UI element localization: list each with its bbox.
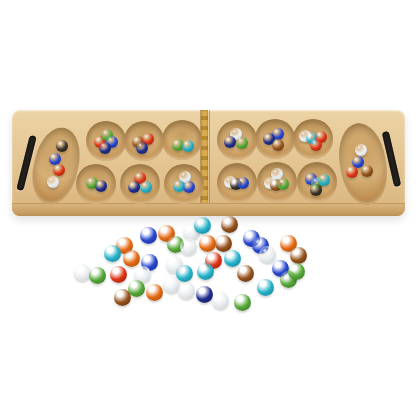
- loose-gem-teal[interactable]: [224, 250, 241, 267]
- gem-brown[interactable]: [361, 165, 373, 177]
- gem-black[interactable]: [310, 184, 322, 196]
- loose-gem-clear[interactable]: [74, 264, 91, 281]
- loose-gem-red[interactable]: [110, 266, 127, 283]
- loose-gem-orange[interactable]: [199, 235, 216, 252]
- loose-gem-navy[interactable]: [196, 286, 213, 303]
- loose-gem-green[interactable]: [89, 267, 106, 284]
- gem-navy[interactable]: [95, 180, 107, 192]
- loose-gem-brown[interactable]: [215, 235, 232, 252]
- gem-navy[interactable]: [99, 142, 111, 154]
- gem-navy[interactable]: [128, 181, 140, 193]
- gem-green[interactable]: [236, 137, 248, 149]
- loose-gem-brown[interactable]: [237, 265, 254, 282]
- gem-teal[interactable]: [182, 140, 194, 152]
- gem-red[interactable]: [346, 166, 358, 178]
- gem-white[interactable]: [355, 144, 367, 156]
- loose-gem-teal[interactable]: [104, 245, 121, 262]
- hinge: [201, 110, 208, 216]
- loose-gem-blue[interactable]: [140, 227, 157, 244]
- gem-black[interactable]: [56, 140, 68, 152]
- fold-seam-right: [209, 110, 210, 216]
- loose-gem-clear[interactable]: [259, 246, 276, 263]
- gem-blue[interactable]: [183, 181, 195, 193]
- gem-red[interactable]: [53, 164, 65, 176]
- gem-teal[interactable]: [318, 174, 330, 186]
- loose-gem-teal[interactable]: [197, 263, 214, 280]
- loose-gem-clear[interactable]: [180, 238, 197, 255]
- loose-gem-clear[interactable]: [212, 292, 229, 309]
- scene: [0, 0, 416, 416]
- gem-green[interactable]: [277, 178, 289, 190]
- loose-gem-green[interactable]: [234, 294, 251, 311]
- loose-gem-clear[interactable]: [163, 276, 180, 293]
- gem-teal[interactable]: [140, 181, 152, 193]
- gem-brown[interactable]: [272, 139, 284, 151]
- loose-gem-brown[interactable]: [221, 216, 238, 233]
- board-front-edge: [12, 203, 405, 216]
- loose-gem-clear[interactable]: [178, 282, 195, 299]
- loose-gem-brown[interactable]: [290, 247, 307, 264]
- loose-gem-teal[interactable]: [194, 217, 211, 234]
- gem-navy[interactable]: [136, 142, 148, 154]
- loose-gem-orange[interactable]: [146, 284, 163, 301]
- gem-blue[interactable]: [237, 177, 249, 189]
- loose-gem-brown[interactable]: [114, 289, 131, 306]
- loose-gem-green[interactable]: [288, 263, 305, 280]
- gem-clear[interactable]: [47, 176, 59, 188]
- loose-gem-teal[interactable]: [257, 279, 274, 296]
- loose-gem-orange[interactable]: [123, 250, 140, 267]
- gem-red[interactable]: [310, 139, 322, 151]
- gem-navy[interactable]: [224, 136, 236, 148]
